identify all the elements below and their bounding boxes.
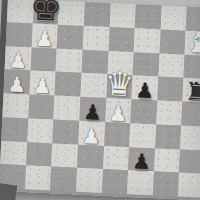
square-c8 [58,1,85,26]
square-f1 [127,170,154,195]
square-a8 [7,0,34,23]
square-h4 [182,102,200,127]
square-a3 [1,117,28,142]
square-h2 [179,149,200,174]
board-side-edge [0,183,17,200]
square-f7 [134,28,161,53]
square-a6: ♟ [5,46,32,71]
square-h6 [184,54,200,79]
square-h5: ♜ [183,78,200,103]
square-b6 [30,47,57,72]
square-d5 [80,73,107,98]
square-d8 [84,2,111,27]
square-h3 [180,125,200,150]
square-b1 [25,166,52,191]
square-f8 [135,4,162,29]
square-c6 [56,48,83,73]
square-g6 [158,53,185,78]
square-g5 [157,77,184,102]
square-g7 [159,29,186,54]
square-e5: ♛ [106,74,133,99]
white-bishop-h7: ♝ [185,27,200,57]
square-g4 [156,100,183,125]
chess-board: ♚♟♝♟♟♟♛♟♜♟♟♟♟ [0,0,200,200]
square-c2 [51,143,78,168]
square-e8 [109,3,136,28]
square-e3 [104,122,131,147]
square-b3 [27,118,54,143]
square-e6 [107,51,134,76]
square-b7: ♟ [31,23,58,48]
square-e1 [101,169,128,194]
square-h8 [186,7,200,32]
square-a5: ♟ [4,69,31,94]
square-e4: ♟ [105,98,132,123]
square-e2 [103,145,130,170]
square-a7 [6,22,33,47]
square-g3 [155,124,182,149]
square-c3 [52,119,79,144]
square-a2 [0,141,27,166]
square-h1 [178,173,200,198]
chess-photo: ♚♟♝♟♟♟♛♟♜♟♟♟♟ [0,0,200,200]
square-b4 [28,94,55,119]
square-c1 [50,167,77,192]
square-f4 [130,99,157,124]
square-g2 [154,148,181,173]
square-d6 [81,49,108,74]
square-h7: ♝ [185,30,200,55]
square-e7 [108,27,135,52]
square-f5: ♟ [132,75,159,100]
square-c5 [55,72,82,97]
square-d3: ♟ [78,121,105,146]
square-d2 [77,144,104,169]
square-b8: ♚ [32,0,59,24]
square-c7 [57,24,84,49]
square-g8 [160,6,187,31]
square-a4 [2,93,29,118]
square-b5: ♟ [29,71,56,96]
square-d7 [83,26,110,51]
square-d4: ♟ [79,97,106,122]
square-f2: ♟ [128,147,155,172]
square-f3 [129,123,156,148]
square-f6 [133,52,160,77]
square-g1 [153,172,180,197]
square-b2 [26,142,53,167]
square-c4 [54,96,81,121]
square-d1 [76,168,103,193]
